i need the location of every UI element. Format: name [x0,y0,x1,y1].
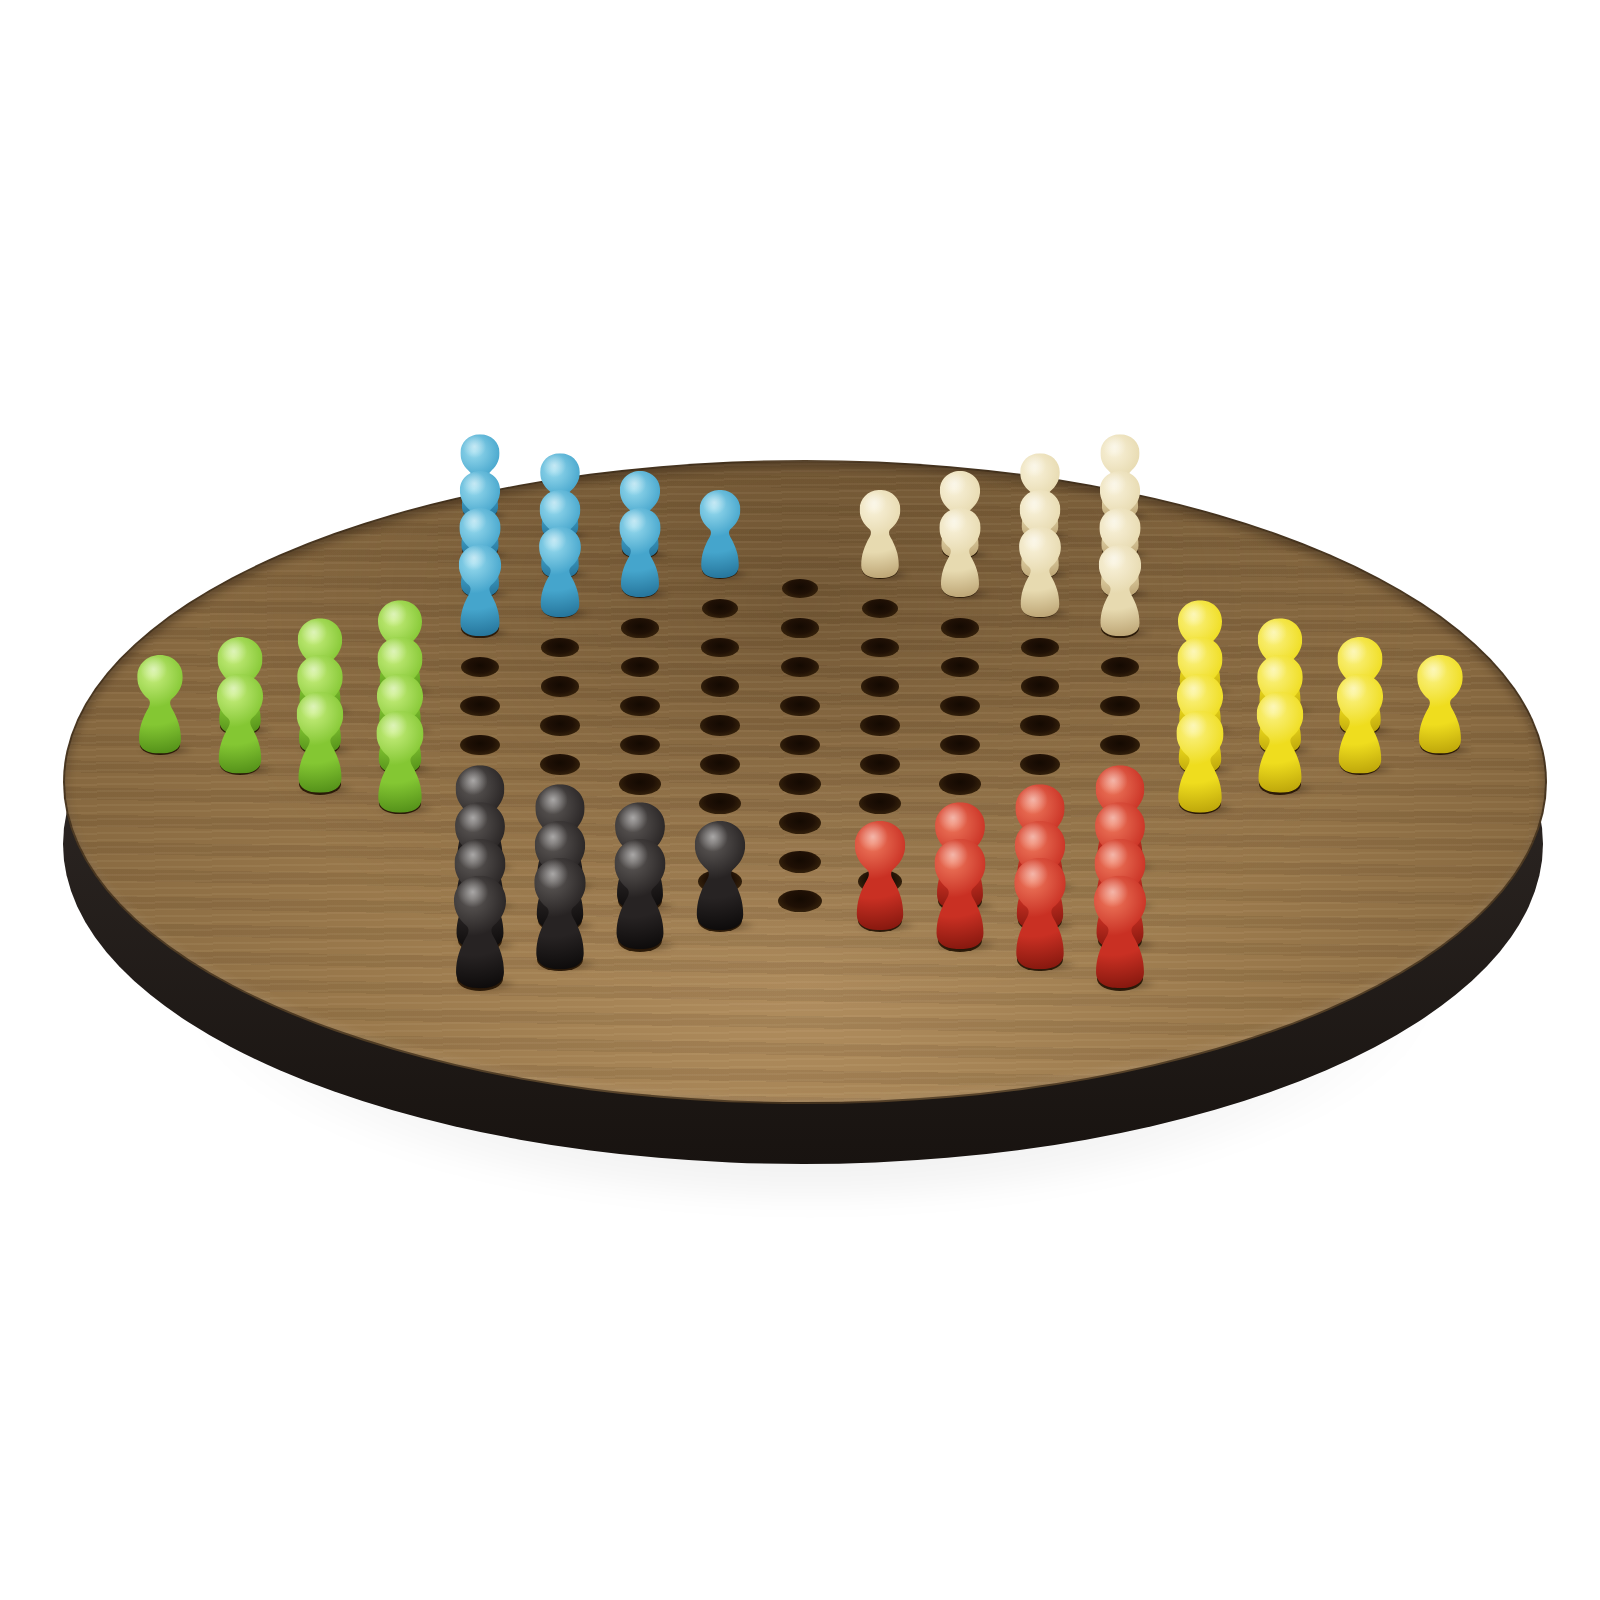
scene [0,0,1600,1600]
peg-red[interactable] [853,820,907,931]
peg-blue[interactable] [698,489,742,579]
peg-yellow[interactable] [1415,654,1464,754]
chinese-checkers-board [0,0,1600,1600]
peg-natural[interactable] [858,489,902,579]
peg-black[interactable] [693,820,747,931]
pegs-layer [0,0,1600,1600]
peg-green[interactable] [135,654,184,754]
